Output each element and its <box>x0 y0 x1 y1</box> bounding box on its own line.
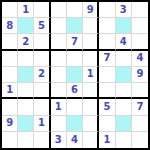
cell-r7c5[interactable] <box>67 99 83 115</box>
cell-r2c9[interactable] <box>132 18 148 34</box>
cell-r3c6[interactable] <box>83 34 99 50</box>
cell-r7c4-given[interactable]: 1 <box>51 99 67 115</box>
cell-r8c1-given[interactable]: 9 <box>2 116 18 132</box>
cell-r5c1[interactable] <box>2 67 18 83</box>
cell-r1c7[interactable] <box>99 2 115 18</box>
cell-r3c3[interactable] <box>34 34 50 50</box>
cell-r7c1[interactable] <box>2 99 18 115</box>
cell-r9c4-given[interactable]: 3 <box>51 132 67 148</box>
cell-r9c1[interactable] <box>2 132 18 148</box>
cell-r9c3[interactable] <box>34 132 50 148</box>
cell-r6c5-given[interactable]: 6 <box>67 83 83 99</box>
cell-r3c7[interactable] <box>99 34 115 50</box>
cell-r1c9[interactable] <box>132 2 148 18</box>
cell-r2c7[interactable] <box>99 18 115 34</box>
cell-r8c9[interactable] <box>132 116 148 132</box>
cell-r3c2-given[interactable]: 2 <box>18 34 34 50</box>
cell-r8c7[interactable] <box>99 116 115 132</box>
cell-r1c2-given[interactable]: 1 <box>18 2 34 18</box>
cell-r1c1[interactable] <box>2 2 18 18</box>
sudoku-board: 19385274742191615791341 <box>0 0 150 150</box>
cell-r9c5-given[interactable]: 4 <box>67 132 83 148</box>
cell-r4c9-given[interactable]: 4 <box>132 51 148 67</box>
cell-r7c9-given[interactable]: 7 <box>132 99 148 115</box>
cell-r6c4[interactable] <box>51 83 67 99</box>
cell-r7c7-given[interactable]: 5 <box>99 99 115 115</box>
cell-r6c2[interactable] <box>18 83 34 99</box>
cell-r3c1[interactable] <box>2 34 18 50</box>
cell-r7c8[interactable] <box>116 99 132 115</box>
cell-r1c3[interactable] <box>34 2 50 18</box>
cell-r7c3[interactable] <box>34 99 50 115</box>
cell-r4c8[interactable] <box>116 51 132 67</box>
cell-r1c5[interactable] <box>67 2 83 18</box>
cell-r2c2[interactable] <box>18 18 34 34</box>
cell-r5c8[interactable] <box>116 67 132 83</box>
cell-r5c3-given[interactable]: 2 <box>34 67 50 83</box>
cell-r5c5[interactable] <box>67 67 83 83</box>
cell-r9c8[interactable] <box>116 132 132 148</box>
cell-r4c5[interactable] <box>67 51 83 67</box>
cell-r1c6-given[interactable]: 9 <box>83 2 99 18</box>
cell-r1c4[interactable] <box>51 2 67 18</box>
cell-r8c2[interactable] <box>18 116 34 132</box>
cell-r4c4[interactable] <box>51 51 67 67</box>
cell-r3c8-given[interactable]: 4 <box>116 34 132 50</box>
cell-r8c5[interactable] <box>67 116 83 132</box>
cell-r6c6[interactable] <box>83 83 99 99</box>
cell-r2c8[interactable] <box>116 18 132 34</box>
cell-r4c3[interactable] <box>34 51 50 67</box>
cell-r5c2[interactable] <box>18 67 34 83</box>
cell-r4c7-given[interactable]: 7 <box>99 51 115 67</box>
cell-r9c6[interactable] <box>83 132 99 148</box>
cell-r2c4[interactable] <box>51 18 67 34</box>
cell-r8c3-given[interactable]: 1 <box>34 116 50 132</box>
cell-r6c7[interactable] <box>99 83 115 99</box>
cell-r5c9-given[interactable]: 9 <box>132 67 148 83</box>
cell-r2c3-given[interactable]: 5 <box>34 18 50 34</box>
cell-r2c6[interactable] <box>83 18 99 34</box>
cell-r2c5[interactable] <box>67 18 83 34</box>
cell-r4c6[interactable] <box>83 51 99 67</box>
cell-r9c2[interactable] <box>18 132 34 148</box>
cell-r8c6[interactable] <box>83 116 99 132</box>
cell-r6c8[interactable] <box>116 83 132 99</box>
cell-r6c9[interactable] <box>132 83 148 99</box>
cell-r8c4[interactable] <box>51 116 67 132</box>
cell-r3c4[interactable] <box>51 34 67 50</box>
cell-r7c2[interactable] <box>18 99 34 115</box>
cell-r8c8[interactable] <box>116 116 132 132</box>
cell-r9c9[interactable] <box>132 132 148 148</box>
cell-r4c2[interactable] <box>18 51 34 67</box>
cell-r5c4[interactable] <box>51 67 67 83</box>
cell-r7c6[interactable] <box>83 99 99 115</box>
cell-r5c6-given[interactable]: 1 <box>83 67 99 83</box>
cell-r9c7-given[interactable]: 1 <box>99 132 115 148</box>
cell-r5c7[interactable] <box>99 67 115 83</box>
cell-r1c8-given[interactable]: 3 <box>116 2 132 18</box>
cell-r3c9[interactable] <box>132 34 148 50</box>
cell-r6c1-given[interactable]: 1 <box>2 83 18 99</box>
cell-r4c1[interactable] <box>2 51 18 67</box>
cell-r2c1-given[interactable]: 8 <box>2 18 18 34</box>
cell-r6c3[interactable] <box>34 83 50 99</box>
cell-r3c5-given[interactable]: 7 <box>67 34 83 50</box>
